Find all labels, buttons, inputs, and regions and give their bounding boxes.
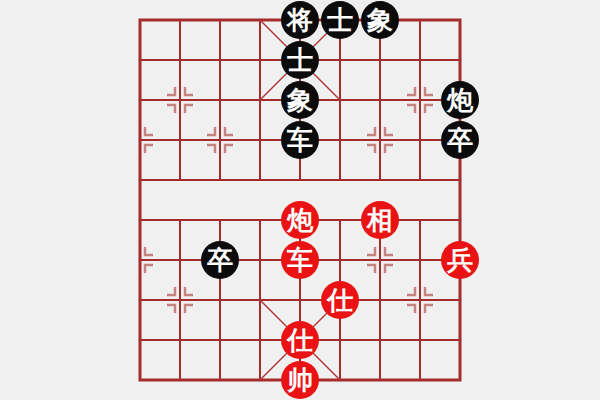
piece-black-soldier[interactable]: 卒 <box>441 121 479 159</box>
xiangqi-board[interactable]: 将士象士象炮车卒炮相卒车兵仕仕帅 <box>0 0 600 400</box>
piece-black-elephant[interactable]: 象 <box>281 81 319 119</box>
piece-black-general[interactable]: 将 <box>281 1 319 39</box>
piece-red-cannon[interactable]: 炮 <box>281 201 319 239</box>
piece-black-chariot[interactable]: 车 <box>281 121 319 159</box>
app-background: 将士象士象炮车卒炮相卒车兵仕仕帅 <box>0 0 600 400</box>
piece-red-advisor[interactable]: 仕 <box>281 321 319 359</box>
piece-red-general[interactable]: 帅 <box>281 361 319 399</box>
piece-black-soldier[interactable]: 卒 <box>201 241 239 279</box>
piece-red-elephant[interactable]: 相 <box>361 201 399 239</box>
piece-black-elephant[interactable]: 象 <box>361 1 399 39</box>
piece-black-cannon[interactable]: 炮 <box>441 81 479 119</box>
pieces-layer: 将士象士象炮车卒炮相卒车兵仕仕帅 <box>0 0 600 400</box>
piece-black-advisor[interactable]: 士 <box>281 41 319 79</box>
piece-red-chariot[interactable]: 车 <box>281 241 319 279</box>
piece-red-soldier[interactable]: 兵 <box>441 241 479 279</box>
piece-black-advisor[interactable]: 士 <box>321 1 359 39</box>
piece-red-advisor[interactable]: 仕 <box>321 281 359 319</box>
